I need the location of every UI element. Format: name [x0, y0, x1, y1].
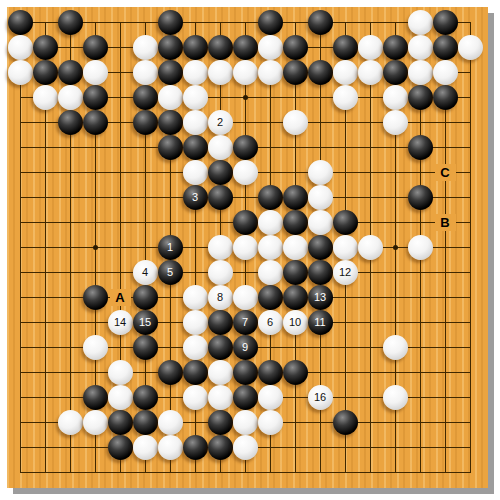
- stone-white: [158, 410, 183, 435]
- stone-white: [408, 60, 433, 85]
- stone-black: [183, 435, 208, 460]
- stone-white: [233, 435, 258, 460]
- stone-white: [383, 385, 408, 410]
- stone-white: [233, 235, 258, 260]
- stone-white: [108, 360, 133, 385]
- stone-black: [133, 285, 158, 310]
- stone-black: [233, 135, 258, 160]
- stone-white: [383, 85, 408, 110]
- stone-black: [283, 285, 308, 310]
- stone-white: [258, 210, 283, 235]
- point-label-C: C: [435, 164, 456, 181]
- stone-white: [208, 235, 233, 260]
- stone-black: [433, 10, 458, 35]
- stone-black: [283, 35, 308, 60]
- stone-white: [158, 85, 183, 110]
- stone-white: [408, 235, 433, 260]
- stone-white: [208, 360, 233, 385]
- stone-white-move-4: 4: [133, 260, 158, 285]
- stone-white: [258, 60, 283, 85]
- stone-white: [258, 260, 283, 285]
- grid-line-horizontal: [20, 272, 471, 273]
- stone-black: [33, 35, 58, 60]
- stone-black: [433, 85, 458, 110]
- stone-white: [258, 385, 283, 410]
- stone-black: [58, 10, 83, 35]
- stone-white: [58, 410, 83, 435]
- stone-black: [133, 410, 158, 435]
- stone-white: [258, 410, 283, 435]
- stone-white: [208, 260, 233, 285]
- stone-white: [258, 235, 283, 260]
- stone-black: [83, 385, 108, 410]
- stone-black: [158, 110, 183, 135]
- stone-white: [133, 35, 158, 60]
- stone-black: [258, 285, 283, 310]
- stone-black: [108, 435, 133, 460]
- grid-line-horizontal: [20, 472, 471, 473]
- point-label-B: B: [435, 214, 456, 231]
- stone-black: [158, 10, 183, 35]
- stone-black-move-15: 15: [133, 310, 158, 335]
- stone-black: [158, 35, 183, 60]
- stone-white: [158, 435, 183, 460]
- stone-white: [183, 160, 208, 185]
- stone-white: [208, 60, 233, 85]
- stone-black: [158, 360, 183, 385]
- stone-black: [258, 185, 283, 210]
- stone-black: [333, 210, 358, 235]
- stone-white: [183, 85, 208, 110]
- stone-black: [383, 35, 408, 60]
- stone-white: [208, 135, 233, 160]
- stone-white: [58, 85, 83, 110]
- stone-black: [233, 385, 258, 410]
- stone-white-move-6: 6: [258, 310, 283, 335]
- stone-black: [233, 360, 258, 385]
- stone-black: [233, 35, 258, 60]
- stone-white-move-14: 14: [108, 310, 133, 335]
- stone-white: [383, 335, 408, 360]
- stone-white: [108, 385, 133, 410]
- stone-white-move-10: 10: [283, 310, 308, 335]
- point-label-A: A: [110, 289, 131, 306]
- go-board[interactable]: 23145128131415761011916ABC: [7, 7, 488, 488]
- stone-black: [208, 310, 233, 335]
- stone-white-move-12: 12: [333, 260, 358, 285]
- stone-white: [8, 60, 33, 85]
- stone-white: [283, 110, 308, 135]
- stone-black: [208, 160, 233, 185]
- stone-black: [383, 60, 408, 85]
- stone-black: [208, 335, 233, 360]
- stone-white: [83, 410, 108, 435]
- stone-white: [333, 235, 358, 260]
- stone-white: [258, 35, 283, 60]
- stone-black: [108, 410, 133, 435]
- stone-black: [8, 10, 33, 35]
- star-point: [243, 95, 248, 100]
- stone-white: [183, 285, 208, 310]
- stone-white: [458, 35, 483, 60]
- stone-white-move-8: 8: [208, 285, 233, 310]
- stone-black: [258, 10, 283, 35]
- stone-white: [83, 335, 108, 360]
- stone-white: [333, 85, 358, 110]
- stone-black: [133, 85, 158, 110]
- stone-white: [233, 285, 258, 310]
- stone-black: [83, 35, 108, 60]
- star-point: [393, 245, 398, 250]
- stone-white: [233, 160, 258, 185]
- stone-black: [433, 35, 458, 60]
- stone-black: [83, 285, 108, 310]
- stone-white: [133, 435, 158, 460]
- stone-black-move-3: 3: [183, 185, 208, 210]
- stone-black-move-11: 11: [308, 310, 333, 335]
- stone-black: [33, 60, 58, 85]
- stone-black: [208, 185, 233, 210]
- stone-black: [408, 135, 433, 160]
- stone-white: [133, 60, 158, 85]
- stone-black: [208, 35, 233, 60]
- stone-black: [58, 60, 83, 85]
- stone-black: [158, 135, 183, 160]
- stone-black: [283, 360, 308, 385]
- stone-black: [308, 10, 333, 35]
- stone-black-move-5: 5: [158, 260, 183, 285]
- stone-black: [158, 60, 183, 85]
- stone-black: [283, 260, 308, 285]
- stone-black: [333, 410, 358, 435]
- stone-white: [233, 60, 258, 85]
- stone-black: [283, 60, 308, 85]
- stone-white: [233, 410, 258, 435]
- stone-white-move-2: 2: [208, 110, 233, 135]
- stone-white: [33, 85, 58, 110]
- stone-black: [183, 360, 208, 385]
- stone-black-move-9: 9: [233, 335, 258, 360]
- stone-white: [183, 60, 208, 85]
- stone-white: [308, 185, 333, 210]
- stone-white: [183, 335, 208, 360]
- grid-line-vertical: [470, 22, 471, 473]
- stone-white: [433, 60, 458, 85]
- stone-white: [283, 235, 308, 260]
- stone-black: [83, 85, 108, 110]
- stone-white: [8, 35, 33, 60]
- stone-white: [358, 35, 383, 60]
- stone-black: [283, 185, 308, 210]
- stone-black: [258, 360, 283, 385]
- stone-white: [333, 60, 358, 85]
- stone-white-move-16: 16: [308, 385, 333, 410]
- stone-black: [408, 185, 433, 210]
- stone-black: [408, 85, 433, 110]
- stone-white: [308, 210, 333, 235]
- stone-black: [308, 60, 333, 85]
- stone-white: [358, 235, 383, 260]
- stone-black: [308, 260, 333, 285]
- stone-white: [183, 385, 208, 410]
- stone-black: [333, 35, 358, 60]
- stone-white: [183, 110, 208, 135]
- stone-black: [133, 335, 158, 360]
- stone-black: [308, 235, 333, 260]
- stone-black: [208, 435, 233, 460]
- stone-white: [83, 60, 108, 85]
- stone-white: [208, 385, 233, 410]
- stone-white: [358, 60, 383, 85]
- stone-black: [133, 385, 158, 410]
- stone-white: [383, 110, 408, 135]
- stone-black-move-7: 7: [233, 310, 258, 335]
- star-point: [93, 245, 98, 250]
- stone-black: [133, 110, 158, 135]
- stone-black: [208, 410, 233, 435]
- stone-white: [183, 310, 208, 335]
- stone-white: [408, 10, 433, 35]
- stone-black: [183, 135, 208, 160]
- stone-white: [408, 35, 433, 60]
- stone-black: [233, 210, 258, 235]
- stone-black: [83, 110, 108, 135]
- stone-black: [183, 35, 208, 60]
- stone-black: [283, 210, 308, 235]
- stone-black-move-13: 13: [308, 285, 333, 310]
- stone-black-move-1: 1: [158, 235, 183, 260]
- stone-white: [308, 160, 333, 185]
- go-diagram-page: 23145128131415761011916ABC: [0, 0, 500, 500]
- stone-black: [58, 110, 83, 135]
